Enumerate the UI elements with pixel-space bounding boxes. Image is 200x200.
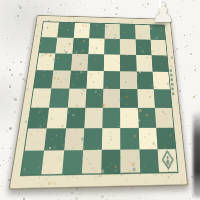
square-d6 (87, 54, 104, 71)
square-e3 (102, 108, 120, 128)
square-f6 (120, 55, 136, 72)
square-h3 (155, 108, 174, 128)
square-g5 (136, 71, 153, 89)
square-b8 (57, 23, 74, 38)
square-f4 (120, 89, 137, 108)
square-g7 (135, 39, 151, 55)
square-a4 (31, 88, 52, 107)
square-e5 (103, 71, 120, 89)
square-a6 (37, 53, 56, 70)
square-d2 (83, 128, 102, 150)
square-g6 (136, 55, 153, 72)
square-e1 (101, 150, 120, 174)
square-f2 (120, 128, 139, 150)
square-a2 (25, 128, 47, 150)
square-b6 (54, 53, 72, 70)
square-b7 (56, 38, 74, 54)
square-d1 (82, 150, 102, 174)
square-d4 (85, 89, 103, 108)
square-d5 (86, 71, 104, 89)
square-b4 (49, 88, 69, 107)
square-b2 (44, 128, 65, 150)
square-a5 (34, 70, 54, 88)
square-c4 (67, 89, 86, 108)
square-g2 (138, 128, 157, 150)
square-c1 (62, 150, 83, 174)
diamond-maker-logo-icon (161, 150, 174, 169)
square-f7 (120, 39, 136, 55)
square-c2 (64, 128, 84, 150)
square-g3 (138, 108, 156, 128)
right-edge-shadow (193, 110, 200, 198)
square-f8 (120, 24, 135, 39)
square-a3 (28, 108, 49, 129)
square-h5 (152, 72, 169, 90)
square-h7 (150, 40, 166, 56)
chessboard-grid (20, 21, 179, 176)
square-g8 (135, 25, 151, 40)
square-h6 (151, 55, 168, 72)
square-c6 (71, 54, 89, 71)
square-d8 (89, 23, 105, 38)
square-e4 (103, 89, 120, 108)
square-c5 (69, 71, 87, 89)
square-g1 (139, 149, 159, 172)
square-h2 (156, 128, 175, 149)
square-c7 (72, 38, 89, 54)
square-e2 (102, 128, 121, 150)
square-a8 (41, 22, 59, 37)
square-h4 (154, 89, 172, 108)
square-c3 (66, 108, 86, 129)
square-b5 (52, 70, 71, 88)
square-b3 (47, 108, 67, 129)
square-f5 (120, 71, 137, 89)
square-d7 (88, 38, 104, 54)
square-d3 (84, 108, 103, 128)
square-f1 (121, 149, 140, 172)
square-b1 (42, 150, 64, 174)
square-e8 (105, 24, 120, 39)
floor-scratch-mark (159, 0, 161, 8)
square-e6 (104, 54, 120, 71)
square-e7 (104, 39, 120, 55)
square-c8 (73, 23, 90, 38)
square-a7 (39, 37, 57, 53)
square-f3 (120, 108, 138, 128)
photo-scene: ♟ (0, 0, 200, 200)
chessboard (9, 15, 189, 190)
square-g4 (137, 89, 155, 108)
